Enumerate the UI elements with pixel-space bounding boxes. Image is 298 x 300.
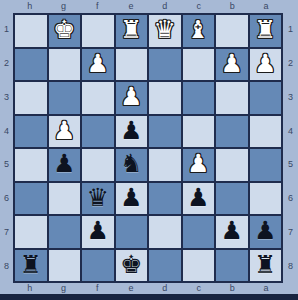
rank-label-right-5: 5 xyxy=(283,148,298,182)
piece-black-king: ♚ xyxy=(120,252,142,277)
square-h8[interactable]: ♜ xyxy=(15,250,47,282)
square-b2[interactable]: ♟ xyxy=(216,49,248,81)
file-label-top-h: h xyxy=(13,0,47,13)
piece-white-pawn: ♟ xyxy=(53,118,75,143)
rank-label-left-7: 7 xyxy=(0,216,13,250)
piece-white-queen: ♛ xyxy=(154,17,176,42)
square-b1[interactable] xyxy=(216,15,248,47)
square-a3[interactable] xyxy=(250,82,282,114)
square-g8[interactable] xyxy=(49,250,81,282)
square-f6[interactable]: ♛ xyxy=(82,183,114,215)
file-label-top-d: d xyxy=(148,0,182,13)
piece-white-bishop: ♝ xyxy=(187,17,209,42)
square-e3[interactable]: ♟ xyxy=(116,82,148,114)
piece-black-pawn: ♟ xyxy=(120,118,142,143)
piece-black-knight: ♞ xyxy=(120,151,142,176)
file-label-bottom-d: d xyxy=(148,283,182,294)
square-h1[interactable] xyxy=(15,15,47,47)
file-label-bottom-a: a xyxy=(249,283,283,294)
square-f7[interactable]: ♟ xyxy=(82,216,114,248)
square-d6[interactable] xyxy=(149,183,181,215)
square-c6[interactable]: ♟ xyxy=(183,183,215,215)
square-d4[interactable] xyxy=(149,116,181,148)
chess-diagram: hgfedcba 12345678 ♚♜♛♝♜♟♟♟♟♟♟♟♞♟♛♟♟♟♟♟♜♚… xyxy=(0,0,298,300)
square-e6[interactable]: ♟ xyxy=(116,183,148,215)
rank-label-right-4: 4 xyxy=(283,114,298,148)
square-h7[interactable] xyxy=(15,216,47,248)
file-label-top-f: f xyxy=(81,0,115,13)
piece-white-pawn: ♟ xyxy=(187,151,209,176)
square-g3[interactable] xyxy=(49,82,81,114)
square-f2[interactable]: ♟ xyxy=(82,49,114,81)
chess-board: ♚♜♛♝♜♟♟♟♟♟♟♟♞♟♛♟♟♟♟♟♜♚♜ xyxy=(13,13,283,283)
file-labels-bottom: hgfedcba xyxy=(13,283,283,294)
square-f1[interactable] xyxy=(82,15,114,47)
piece-black-rook: ♜ xyxy=(254,252,276,277)
square-e8[interactable]: ♚ xyxy=(116,250,148,282)
square-c2[interactable] xyxy=(183,49,215,81)
square-b6[interactable] xyxy=(216,183,248,215)
square-b7[interactable]: ♟ xyxy=(216,216,248,248)
square-g4[interactable]: ♟ xyxy=(49,116,81,148)
square-b8[interactable] xyxy=(216,250,248,282)
rank-label-left-5: 5 xyxy=(0,148,13,182)
rank-label-right-1: 1 xyxy=(283,13,298,47)
piece-white-king: ♚ xyxy=(53,17,75,42)
square-g5[interactable]: ♟ xyxy=(49,149,81,181)
file-label-bottom-f: f xyxy=(81,283,115,294)
square-a5[interactable] xyxy=(250,149,282,181)
square-e4[interactable]: ♟ xyxy=(116,116,148,148)
square-h2[interactable] xyxy=(15,49,47,81)
square-c3[interactable] xyxy=(183,82,215,114)
file-label-top-b: b xyxy=(216,0,250,13)
square-c5[interactable]: ♟ xyxy=(183,149,215,181)
piece-black-rook: ♜ xyxy=(20,252,42,277)
rank-label-left-8: 8 xyxy=(0,249,13,283)
rank-label-right-2: 2 xyxy=(283,47,298,81)
square-a7[interactable]: ♟ xyxy=(250,216,282,248)
file-label-bottom-c: c xyxy=(182,283,216,294)
square-h4[interactable] xyxy=(15,116,47,148)
piece-black-pawn: ♟ xyxy=(254,218,276,243)
square-b4[interactable] xyxy=(216,116,248,148)
square-g2[interactable] xyxy=(49,49,81,81)
square-a2[interactable]: ♟ xyxy=(250,49,282,81)
file-label-bottom-b: b xyxy=(216,283,250,294)
square-e1[interactable]: ♜ xyxy=(116,15,148,47)
square-e7[interactable] xyxy=(116,216,148,248)
square-d2[interactable] xyxy=(149,49,181,81)
square-d5[interactable] xyxy=(149,149,181,181)
piece-white-pawn: ♟ xyxy=(120,84,142,109)
piece-black-pawn: ♟ xyxy=(221,218,243,243)
square-f3[interactable] xyxy=(82,82,114,114)
piece-white-rook: ♜ xyxy=(120,17,142,42)
file-label-top-c: c xyxy=(182,0,216,13)
file-label-top-a: a xyxy=(249,0,283,13)
square-g6[interactable] xyxy=(49,183,81,215)
file-label-top-g: g xyxy=(47,0,81,13)
square-g1[interactable]: ♚ xyxy=(49,15,81,47)
piece-white-pawn: ♟ xyxy=(254,51,276,76)
square-f5[interactable] xyxy=(82,149,114,181)
file-labels-top: hgfedcba xyxy=(13,0,283,13)
bottom-border-bar xyxy=(0,294,298,300)
square-f4[interactable] xyxy=(82,116,114,148)
rank-label-right-7: 7 xyxy=(283,216,298,250)
rank-label-left-6: 6 xyxy=(0,182,13,216)
piece-black-pawn: ♟ xyxy=(120,185,142,210)
square-d3[interactable] xyxy=(149,82,181,114)
square-b5[interactable] xyxy=(216,149,248,181)
square-h6[interactable] xyxy=(15,183,47,215)
rank-label-right-8: 8 xyxy=(283,249,298,283)
rank-labels-right: 12345678 xyxy=(283,13,298,283)
rank-labels-left: 12345678 xyxy=(0,13,13,283)
square-a8[interactable]: ♜ xyxy=(250,250,282,282)
piece-black-pawn: ♟ xyxy=(187,185,209,210)
piece-black-pawn: ♟ xyxy=(87,218,109,243)
piece-white-pawn: ♟ xyxy=(221,51,243,76)
square-g7[interactable] xyxy=(49,216,81,248)
square-e5[interactable]: ♞ xyxy=(116,149,148,181)
file-label-top-e: e xyxy=(114,0,148,13)
square-h3[interactable] xyxy=(15,82,47,114)
file-label-bottom-e: e xyxy=(114,283,148,294)
square-c1[interactable]: ♝ xyxy=(183,15,215,47)
file-label-bottom-h: h xyxy=(13,283,47,294)
square-a4[interactable] xyxy=(250,116,282,148)
square-a1[interactable]: ♜ xyxy=(250,15,282,47)
piece-black-queen: ♛ xyxy=(87,185,109,210)
square-c7[interactable] xyxy=(183,216,215,248)
rank-label-right-3: 3 xyxy=(283,81,298,115)
rank-label-left-3: 3 xyxy=(0,81,13,115)
square-d8[interactable] xyxy=(149,250,181,282)
square-a6[interactable] xyxy=(250,183,282,215)
file-label-bottom-g: g xyxy=(47,283,81,294)
piece-white-pawn: ♟ xyxy=(87,51,109,76)
square-c4[interactable] xyxy=(183,116,215,148)
square-d1[interactable]: ♛ xyxy=(149,15,181,47)
rank-label-left-1: 1 xyxy=(0,13,13,47)
rank-label-right-6: 6 xyxy=(283,182,298,216)
piece-black-pawn: ♟ xyxy=(53,151,75,176)
piece-white-rook: ♜ xyxy=(254,17,276,42)
square-e2[interactable] xyxy=(116,49,148,81)
square-c8[interactable] xyxy=(183,250,215,282)
square-h5[interactable] xyxy=(15,149,47,181)
square-d7[interactable] xyxy=(149,216,181,248)
square-b3[interactable] xyxy=(216,82,248,114)
rank-label-left-4: 4 xyxy=(0,114,13,148)
rank-label-left-2: 2 xyxy=(0,47,13,81)
square-f8[interactable] xyxy=(82,250,114,282)
